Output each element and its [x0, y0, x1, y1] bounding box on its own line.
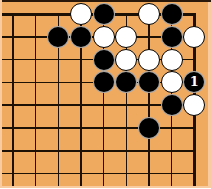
stone-black[interactable]: [138, 117, 160, 139]
move-number-label: 1: [190, 75, 199, 89]
stone-white[interactable]: [183, 94, 205, 116]
board-frame-bottom-bevel: [0, 186, 211, 188]
stone-white[interactable]: [115, 26, 137, 48]
stone-white[interactable]: [161, 49, 183, 71]
stone-black[interactable]: [161, 26, 183, 48]
grid-line-horizontal: [0, 150, 196, 152]
stone-black[interactable]: [115, 71, 137, 93]
stone-white[interactable]: [183, 26, 205, 48]
grid-line-vertical: [148, 13, 150, 189]
stone-black[interactable]: [93, 71, 115, 93]
stone-white[interactable]: [138, 49, 160, 71]
stone-black[interactable]: [70, 26, 92, 48]
stone-white[interactable]: [115, 49, 137, 71]
grid-line-horizontal: [0, 173, 196, 175]
stone-black[interactable]: 1: [183, 71, 205, 93]
board-frame-right-bevel: [208, 2, 211, 188]
stone-black[interactable]: [47, 26, 69, 48]
stone-black[interactable]: [93, 3, 115, 25]
board-frame-top-edge: [0, 0, 211, 2]
stone-black[interactable]: [93, 49, 115, 71]
board-frame-left-bevel: [0, 0, 2, 188]
stone-white[interactable]: [161, 71, 183, 93]
grid-line-vertical: [12, 13, 14, 189]
stone-black[interactable]: [161, 94, 183, 116]
stone-white[interactable]: [138, 3, 160, 25]
stone-white[interactable]: [93, 26, 115, 48]
grid-line-horizontal: [0, 127, 196, 129]
grid-line-vertical: [35, 13, 37, 189]
stone-black[interactable]: [138, 71, 160, 93]
stone-white[interactable]: [70, 3, 92, 25]
stone-black[interactable]: [161, 3, 183, 25]
go-board[interactable]: 1: [0, 0, 211, 188]
